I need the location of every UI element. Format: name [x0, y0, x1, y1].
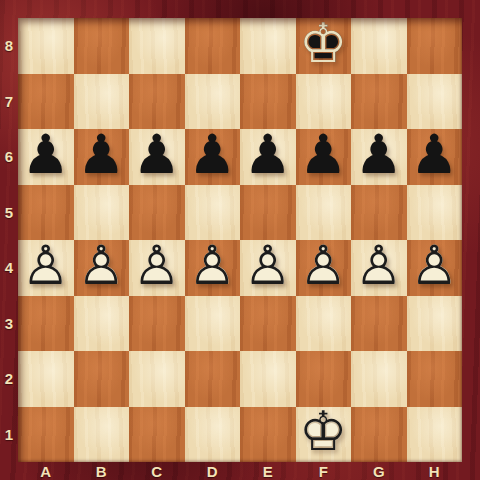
square-d8[interactable]	[185, 18, 241, 74]
square-a7[interactable]	[18, 74, 74, 130]
chess-board: ♚♔♟♟♟♟♟♟♟♟♟♙♟♙♟♙♟♙♟♙♟♙♟♙♟♙♚♔	[18, 18, 462, 462]
black-pawn[interactable]: ♟	[240, 129, 296, 185]
square-d6[interactable]: ♟	[185, 129, 241, 185]
white-pawn[interactable]: ♟♙	[185, 240, 241, 296]
square-a3[interactable]	[18, 296, 74, 352]
square-b6[interactable]: ♟	[74, 129, 130, 185]
square-a6[interactable]: ♟	[18, 129, 74, 185]
white-pawn-outline-glyph: ♙	[299, 240, 347, 293]
square-a5[interactable]	[18, 185, 74, 241]
file-label: A	[18, 462, 74, 480]
square-d1[interactable]	[185, 407, 241, 463]
black-pawn[interactable]: ♟	[74, 129, 130, 185]
file-labels: ABCDEFGH	[18, 462, 462, 480]
square-d5[interactable]	[185, 185, 241, 241]
file-label: H	[407, 462, 463, 480]
rank-label: 6	[0, 129, 18, 185]
square-h4[interactable]: ♟♙	[407, 240, 463, 296]
square-a1[interactable]	[18, 407, 74, 463]
square-e7[interactable]	[240, 74, 296, 130]
black-pawn[interactable]: ♟	[185, 129, 241, 185]
black-pawn[interactable]: ♟	[407, 129, 463, 185]
square-g4[interactable]: ♟♙	[351, 240, 407, 296]
rank-label: 8	[0, 18, 18, 74]
rank-label: 3	[0, 296, 18, 352]
white-pawn-outline-glyph: ♙	[188, 240, 236, 293]
square-c6[interactable]: ♟	[129, 129, 185, 185]
rank-label: 4	[0, 240, 18, 296]
black-pawn-fill-glyph: ♟	[77, 129, 125, 182]
white-pawn-outline-glyph: ♙	[77, 240, 125, 293]
square-e5[interactable]	[240, 185, 296, 241]
black-king-outline-glyph: ♔	[299, 18, 347, 71]
white-pawn[interactable]: ♟♙	[296, 240, 352, 296]
white-king-outline-glyph: ♔	[299, 407, 347, 460]
square-h5[interactable]	[407, 185, 463, 241]
square-h6[interactable]: ♟	[407, 129, 463, 185]
rank-label: 1	[0, 407, 18, 463]
white-pawn[interactable]: ♟♙	[74, 240, 130, 296]
white-pawn[interactable]: ♟♙	[18, 240, 74, 296]
square-b2[interactable]	[74, 351, 130, 407]
square-e4[interactable]: ♟♙	[240, 240, 296, 296]
rank-label: 5	[0, 185, 18, 241]
chess-diagram: ♚♔♟♟♟♟♟♟♟♟♟♙♟♙♟♙♟♙♟♙♟♙♟♙♟♙♚♔ 87654321 AB…	[0, 0, 480, 480]
square-g7[interactable]	[351, 74, 407, 130]
rank-labels: 87654321	[0, 18, 18, 462]
black-pawn-fill-glyph: ♟	[355, 129, 403, 182]
white-pawn-outline-glyph: ♙	[22, 240, 70, 293]
file-label: D	[185, 462, 241, 480]
black-pawn[interactable]: ♟	[351, 129, 407, 185]
white-pawn-outline-glyph: ♙	[355, 240, 403, 293]
square-b7[interactable]	[74, 74, 130, 130]
square-c5[interactable]	[129, 185, 185, 241]
square-f2[interactable]	[296, 351, 352, 407]
square-c7[interactable]	[129, 74, 185, 130]
file-label: B	[74, 462, 130, 480]
square-f3[interactable]	[296, 296, 352, 352]
square-a2[interactable]	[18, 351, 74, 407]
black-king[interactable]: ♚♔	[296, 18, 352, 74]
square-f8[interactable]: ♚♔	[296, 18, 352, 74]
white-pawn[interactable]: ♟♙	[351, 240, 407, 296]
square-b1[interactable]	[74, 407, 130, 463]
square-c2[interactable]	[129, 351, 185, 407]
square-h7[interactable]	[407, 74, 463, 130]
black-pawn[interactable]: ♟	[129, 129, 185, 185]
square-c8[interactable]	[129, 18, 185, 74]
square-a4[interactable]: ♟♙	[18, 240, 74, 296]
square-h1[interactable]	[407, 407, 463, 463]
square-h3[interactable]	[407, 296, 463, 352]
square-f1[interactable]: ♚♔	[296, 407, 352, 463]
square-b4[interactable]: ♟♙	[74, 240, 130, 296]
square-f5[interactable]	[296, 185, 352, 241]
square-d7[interactable]	[185, 74, 241, 130]
square-h8[interactable]	[407, 18, 463, 74]
white-pawn-outline-glyph: ♙	[133, 240, 181, 293]
white-pawn[interactable]: ♟♙	[240, 240, 296, 296]
black-pawn[interactable]: ♟	[296, 129, 352, 185]
square-g6[interactable]: ♟	[351, 129, 407, 185]
file-label: C	[129, 462, 185, 480]
file-label: E	[240, 462, 296, 480]
black-pawn-fill-glyph: ♟	[244, 129, 292, 182]
square-f6[interactable]: ♟	[296, 129, 352, 185]
square-b5[interactable]	[74, 185, 130, 241]
square-e6[interactable]: ♟	[240, 129, 296, 185]
white-pawn[interactable]: ♟♙	[407, 240, 463, 296]
square-h2[interactable]	[407, 351, 463, 407]
square-g2[interactable]	[351, 351, 407, 407]
file-label: G	[351, 462, 407, 480]
black-pawn[interactable]: ♟	[18, 129, 74, 185]
square-f4[interactable]: ♟♙	[296, 240, 352, 296]
black-pawn-fill-glyph: ♟	[188, 129, 236, 182]
white-king[interactable]: ♚♔	[296, 407, 352, 463]
black-pawn-fill-glyph: ♟	[133, 129, 181, 182]
white-pawn-outline-glyph: ♙	[410, 240, 458, 293]
rank-label: 2	[0, 351, 18, 407]
square-g5[interactable]	[351, 185, 407, 241]
square-e3[interactable]	[240, 296, 296, 352]
square-d4[interactable]: ♟♙	[185, 240, 241, 296]
rank-label: 7	[0, 74, 18, 130]
square-e8[interactable]	[240, 18, 296, 74]
square-d2[interactable]	[185, 351, 241, 407]
white-pawn-outline-glyph: ♙	[244, 240, 292, 293]
file-label: F	[296, 462, 352, 480]
square-c4[interactable]: ♟♙	[129, 240, 185, 296]
black-pawn-fill-glyph: ♟	[410, 129, 458, 182]
black-pawn-fill-glyph: ♟	[299, 129, 347, 182]
white-pawn[interactable]: ♟♙	[129, 240, 185, 296]
square-c1[interactable]	[129, 407, 185, 463]
square-e2[interactable]	[240, 351, 296, 407]
square-b8[interactable]	[74, 18, 130, 74]
square-g3[interactable]	[351, 296, 407, 352]
square-f7[interactable]	[296, 74, 352, 130]
square-c3[interactable]	[129, 296, 185, 352]
square-d3[interactable]	[185, 296, 241, 352]
square-e1[interactable]	[240, 407, 296, 463]
square-a8[interactable]	[18, 18, 74, 74]
square-b3[interactable]	[74, 296, 130, 352]
square-g1[interactable]	[351, 407, 407, 463]
black-pawn-fill-glyph: ♟	[22, 129, 70, 182]
square-g8[interactable]	[351, 18, 407, 74]
